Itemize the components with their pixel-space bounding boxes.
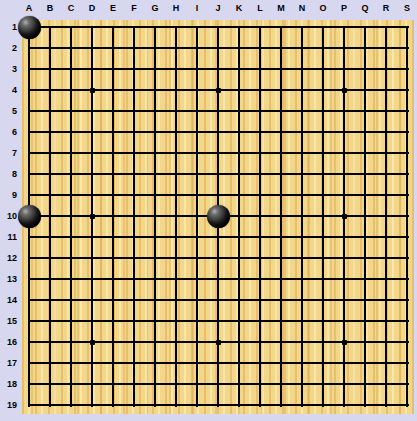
go-client-window: ABCDEFGHIJKLMNOPQRS 12345678910111213141…	[0, 0, 417, 421]
grid-line-vertical	[364, 26, 366, 407]
grid-line-vertical	[301, 26, 303, 407]
column-label-q: Q	[355, 1, 375, 16]
grid-line-horizontal	[28, 257, 409, 259]
column-label-b: B	[40, 1, 60, 16]
column-label-a: A	[19, 1, 39, 16]
row-label-13: 13	[0, 272, 17, 286]
row-label-6: 6	[0, 125, 17, 139]
column-label-f: F	[124, 1, 144, 16]
grid-line-vertical	[238, 26, 240, 407]
row-label-5: 5	[0, 104, 17, 118]
column-label-n: N	[292, 1, 312, 16]
star-point-d10	[90, 214, 95, 219]
star-point-j16	[216, 340, 221, 345]
black-stone-a1	[18, 16, 41, 39]
column-label-p: P	[334, 1, 354, 16]
row-label-8: 8	[0, 167, 17, 181]
column-label-e: E	[103, 1, 123, 16]
star-point-p16	[342, 340, 347, 345]
row-label-16: 16	[0, 335, 17, 349]
column-label-o: O	[313, 1, 333, 16]
column-label-j: J	[208, 1, 228, 16]
star-point-d4	[90, 88, 95, 93]
column-label-r: R	[376, 1, 396, 16]
grid-line-horizontal	[28, 362, 409, 364]
row-label-9: 9	[0, 188, 17, 202]
grid-line-horizontal	[28, 278, 409, 280]
star-point-j4	[216, 88, 221, 93]
row-label-3: 3	[0, 62, 17, 76]
column-label-h: H	[166, 1, 186, 16]
row-label-4: 4	[0, 83, 17, 97]
column-label-d: D	[82, 1, 102, 16]
row-label-10: 10	[0, 209, 17, 223]
column-label-i: I	[187, 1, 207, 16]
column-label-l: L	[250, 1, 270, 16]
star-point-p4	[342, 88, 347, 93]
go-board[interactable]	[22, 20, 414, 414]
column-label-k: K	[229, 1, 249, 16]
column-label-m: M	[271, 1, 291, 16]
row-label-7: 7	[0, 146, 17, 160]
column-label-g: G	[145, 1, 165, 16]
star-point-p10	[342, 214, 347, 219]
row-label-12: 12	[0, 251, 17, 265]
grid-line-vertical	[406, 26, 408, 407]
black-stone-a10	[18, 205, 41, 228]
grid-line-vertical	[322, 26, 324, 407]
black-stone-j10	[207, 205, 230, 228]
grid-line-vertical	[280, 26, 282, 407]
grid-line-horizontal	[28, 383, 409, 385]
row-label-15: 15	[0, 314, 17, 328]
grid-line-horizontal	[28, 236, 409, 238]
row-label-14: 14	[0, 293, 17, 307]
column-label-s: S	[397, 1, 417, 16]
row-label-11: 11	[0, 230, 17, 244]
grid-line-horizontal	[28, 320, 409, 322]
row-label-1: 1	[0, 20, 17, 34]
grid-line-horizontal	[28, 299, 409, 301]
grid-line-horizontal	[28, 404, 409, 406]
column-label-c: C	[61, 1, 81, 16]
row-label-2: 2	[0, 41, 17, 55]
row-label-18: 18	[0, 377, 17, 391]
row-label-17: 17	[0, 356, 17, 370]
grid-line-vertical	[385, 26, 387, 407]
row-label-19: 19	[0, 398, 17, 412]
star-point-d16	[90, 340, 95, 345]
grid-line-vertical	[259, 26, 261, 407]
